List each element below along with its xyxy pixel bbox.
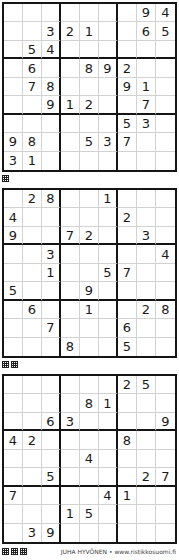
cell-r3c8	[137, 41, 156, 59]
cell-r8c8	[137, 505, 156, 523]
cell-r1c5	[80, 190, 99, 208]
cell-r9c5	[80, 152, 99, 170]
cell-r6c8: 7	[137, 96, 156, 114]
puzzle-2-meta	[2, 358, 177, 374]
cell-r2c9	[156, 208, 175, 226]
cell-r7c9	[156, 487, 175, 505]
cell-r2c5: 8	[80, 394, 99, 412]
cell-r2c1	[4, 22, 23, 40]
cell-r2c6: 1	[99, 394, 118, 412]
cell-r9c7	[118, 152, 137, 170]
cell-r6c7	[118, 96, 137, 114]
cell-r8c6	[99, 505, 118, 523]
cell-r5c6: 5	[99, 264, 118, 282]
cell-r1c1	[4, 4, 23, 22]
cell-r1c8	[137, 190, 156, 208]
cell-r9c3: 9	[42, 524, 61, 542]
cell-r4c1: 4	[4, 431, 23, 449]
cell-r9c3	[42, 338, 61, 356]
difficulty-rating-1	[2, 175, 9, 182]
cell-r1c7: 2	[118, 376, 137, 394]
cell-r4c2	[23, 245, 42, 263]
cell-r6c6	[99, 282, 118, 300]
cell-r6c5	[80, 468, 99, 486]
cell-r4c9	[156, 431, 175, 449]
cell-r5c4	[61, 78, 80, 96]
difficulty-grid-icon	[2, 548, 9, 555]
cell-r7c1: 7	[4, 487, 23, 505]
cell-r7c1	[4, 115, 23, 133]
cell-r5c9	[156, 78, 175, 96]
cell-r9c5	[80, 338, 99, 356]
cell-r8c4	[61, 133, 80, 151]
cell-r6c3	[42, 282, 61, 300]
cell-r7c7: 1	[118, 487, 137, 505]
cell-r6c2	[23, 468, 42, 486]
cell-r4c6	[99, 245, 118, 263]
cell-r4c3	[42, 59, 61, 77]
cell-r2c2	[23, 208, 42, 226]
cell-r1c1	[4, 190, 23, 208]
cell-r1c7	[118, 4, 137, 22]
puzzle-3: 258163942845277411539 JUHA HYVÖNEN • www…	[2, 374, 177, 558]
cell-r9c3	[42, 152, 61, 170]
cell-r1c5	[80, 4, 99, 22]
cell-r9c5	[80, 524, 99, 542]
cell-r5c2: 7	[23, 78, 42, 96]
cell-r3c7	[118, 41, 137, 59]
cell-r8c6	[99, 319, 118, 337]
cell-r4c5	[80, 431, 99, 449]
cell-r7c2	[23, 487, 42, 505]
difficulty-rating-2	[2, 361, 18, 368]
cell-r1c3: 8	[42, 190, 61, 208]
cell-r3c3	[42, 227, 61, 245]
cell-r5c5: 4	[80, 450, 99, 468]
cell-r9c8	[137, 152, 156, 170]
cell-r4c5: 8	[80, 59, 99, 77]
cell-r4c8	[137, 431, 156, 449]
cell-r2c3	[42, 208, 61, 226]
cell-r1c6	[99, 4, 118, 22]
cell-r2c7	[118, 22, 137, 40]
cell-r8c6: 3	[99, 133, 118, 151]
sudoku-sheet: 943216554689278919127539853731 281429723…	[0, 0, 179, 560]
cell-r6c1	[4, 468, 23, 486]
cell-r4c7	[118, 245, 137, 263]
cell-r3c5	[80, 413, 99, 431]
cell-r9c1	[4, 524, 23, 542]
cell-r2c1: 4	[4, 208, 23, 226]
cell-r3c9	[156, 41, 175, 59]
cell-r8c5: 5	[80, 133, 99, 151]
cell-r1c6: 1	[99, 190, 118, 208]
cell-r7c5	[80, 487, 99, 505]
cell-r7c3	[42, 487, 61, 505]
cell-r5c4	[61, 450, 80, 468]
cell-r3c2	[23, 227, 42, 245]
cell-r5c7	[118, 450, 137, 468]
cell-r7c1	[4, 301, 23, 319]
cell-r5c4	[61, 264, 80, 282]
cell-r7c4	[61, 115, 80, 133]
cell-r4c6	[99, 431, 118, 449]
cell-r2c5: 1	[80, 22, 99, 40]
cell-r5c3: 1	[42, 264, 61, 282]
cell-r7c5	[80, 115, 99, 133]
cell-r6c4	[61, 282, 80, 300]
cell-r1c4	[61, 4, 80, 22]
cell-r8c2	[23, 505, 42, 523]
cell-r9c2: 3	[23, 524, 42, 542]
cell-r8c3	[42, 505, 61, 523]
cell-r6c2	[23, 96, 42, 114]
cell-r4c4	[61, 59, 80, 77]
cell-r1c4	[61, 376, 80, 394]
cell-r6c6	[99, 468, 118, 486]
author-credit: JUHA HYVÖNEN • www.ristikkosuomi.fi	[61, 548, 177, 555]
cell-r6c5: 2	[80, 96, 99, 114]
cell-r9c2	[23, 338, 42, 356]
cell-r9c2: 1	[23, 152, 42, 170]
cell-r3c6	[99, 413, 118, 431]
cell-r6c4: 1	[61, 96, 80, 114]
cell-r8c1: 9	[4, 133, 23, 151]
cell-r1c9: 4	[156, 4, 175, 22]
cell-r7c8: 3	[137, 115, 156, 133]
cell-r5c6	[99, 78, 118, 96]
cell-r8c4: 1	[61, 505, 80, 523]
cell-r4c6: 9	[99, 59, 118, 77]
difficulty-grid-icon	[2, 175, 9, 182]
cell-r1c2: 2	[23, 190, 42, 208]
cell-r4c8	[137, 59, 156, 77]
cell-r4c8	[137, 245, 156, 263]
cell-r3c8	[137, 413, 156, 431]
cell-r9c1	[4, 338, 23, 356]
cell-r4c4	[61, 245, 80, 263]
cell-r9c9	[156, 152, 175, 170]
cell-r9c6	[99, 338, 118, 356]
cell-r6c2	[23, 282, 42, 300]
cell-r3c3: 6	[42, 413, 61, 431]
cell-r7c8	[137, 487, 156, 505]
sudoku-grid-2: 281429723341575961287685	[2, 188, 177, 358]
cell-r6c9: 7	[156, 468, 175, 486]
cell-r4c7: 2	[118, 59, 137, 77]
cell-r6c3: 9	[42, 96, 61, 114]
cell-r2c5	[80, 208, 99, 226]
cell-r8c1	[4, 319, 23, 337]
cell-r3c4: 3	[61, 413, 80, 431]
puzzle-1: 943216554689278919127539853731	[2, 2, 177, 188]
cell-r5c1	[4, 78, 23, 96]
difficulty-grid-icon	[11, 548, 18, 555]
cell-r2c3: 3	[42, 22, 61, 40]
cell-r8c7: 6	[118, 319, 137, 337]
cell-r5c7: 9	[118, 78, 137, 96]
cell-r5c6	[99, 450, 118, 468]
cell-r9c8	[137, 524, 156, 542]
cell-r2c1	[4, 394, 23, 412]
cell-r3c1	[4, 413, 23, 431]
cell-r4c3: 3	[42, 245, 61, 263]
cell-r4c9	[156, 59, 175, 77]
cell-r4c3	[42, 431, 61, 449]
cell-r3c2	[23, 413, 42, 431]
cell-r2c4	[61, 394, 80, 412]
cell-r4c2: 6	[23, 59, 42, 77]
cell-r3c8: 3	[137, 227, 156, 245]
cell-r7c5: 1	[80, 301, 99, 319]
cell-r5c2	[23, 450, 42, 468]
cell-r3c4	[61, 41, 80, 59]
cell-r5c5	[80, 78, 99, 96]
cell-r1c8: 5	[137, 376, 156, 394]
cell-r6c7	[118, 282, 137, 300]
cell-r1c7	[118, 190, 137, 208]
cell-r9c1: 3	[4, 152, 23, 170]
cell-r6c9	[156, 282, 175, 300]
difficulty-grid-icon	[2, 361, 9, 368]
cell-r9c9	[156, 338, 175, 356]
cell-r1c6	[99, 376, 118, 394]
cell-r7c3	[42, 301, 61, 319]
cell-r5c7: 7	[118, 264, 137, 282]
cell-r6c8: 2	[137, 468, 156, 486]
cell-r9c9	[156, 524, 175, 542]
cell-r7c7: 5	[118, 115, 137, 133]
cell-r5c2	[23, 264, 42, 282]
cell-r4c4	[61, 431, 80, 449]
cell-r9c6	[99, 524, 118, 542]
cell-r1c3	[42, 376, 61, 394]
cell-r8c8	[137, 319, 156, 337]
cell-r1c1	[4, 376, 23, 394]
cell-r1c2	[23, 4, 42, 22]
cell-r6c6	[99, 96, 118, 114]
cell-r6c7	[118, 468, 137, 486]
cell-r2c2	[23, 394, 42, 412]
cell-r2c4	[61, 208, 80, 226]
cell-r7c7	[118, 301, 137, 319]
cell-r2c8: 6	[137, 22, 156, 40]
cell-r2c7	[118, 394, 137, 412]
cell-r3c5	[80, 41, 99, 59]
cell-r9c7: 5	[118, 338, 137, 356]
cell-r3c1: 9	[4, 227, 23, 245]
cell-r1c9	[156, 376, 175, 394]
cell-r9c4	[61, 152, 80, 170]
cell-r9c8	[137, 338, 156, 356]
cell-r8c1	[4, 505, 23, 523]
cell-r2c9	[156, 394, 175, 412]
cell-r7c9: 8	[156, 301, 175, 319]
cell-r6c1	[4, 96, 23, 114]
cell-r2c8	[137, 394, 156, 412]
cell-r5c9	[156, 264, 175, 282]
cell-r3c1	[4, 41, 23, 59]
cell-r5c9	[156, 450, 175, 468]
cell-r1c3	[42, 4, 61, 22]
cell-r7c6	[99, 301, 118, 319]
cell-r7c2: 6	[23, 301, 42, 319]
puzzle-1-meta	[2, 172, 177, 188]
cell-r3c2: 5	[23, 41, 42, 59]
difficulty-rating-3	[2, 548, 27, 555]
cell-r5c8	[137, 264, 156, 282]
cell-r8c2	[23, 319, 42, 337]
cell-r8c2: 8	[23, 133, 42, 151]
cell-r6c3: 5	[42, 468, 61, 486]
cell-r4c2: 2	[23, 431, 42, 449]
cell-r3c6	[99, 41, 118, 59]
cell-r8c7: 7	[118, 133, 137, 151]
cell-r2c8	[137, 208, 156, 226]
cell-r8c4	[61, 319, 80, 337]
cell-r8c9	[156, 505, 175, 523]
cell-r5c3: 8	[42, 78, 61, 96]
cell-r6c1: 5	[4, 282, 23, 300]
cell-r5c1	[4, 450, 23, 468]
cell-r6c4	[61, 468, 80, 486]
cell-r7c2	[23, 115, 42, 133]
cell-r5c1	[4, 264, 23, 282]
cell-r1c4	[61, 190, 80, 208]
cell-r4c1	[4, 245, 23, 263]
cell-r2c2	[23, 22, 42, 40]
cell-r1c5	[80, 376, 99, 394]
cell-r3c3: 4	[42, 41, 61, 59]
cell-r7c4	[61, 487, 80, 505]
cell-r8c9	[156, 319, 175, 337]
cell-r8c5: 5	[80, 505, 99, 523]
difficulty-grid-icon	[11, 361, 18, 368]
cell-r4c1	[4, 59, 23, 77]
cell-r2c6	[99, 208, 118, 226]
sudoku-grid-3: 258163942845277411539	[2, 374, 177, 544]
cell-r3c5: 2	[80, 227, 99, 245]
cell-r4c9: 4	[156, 245, 175, 263]
cell-r7c6	[99, 115, 118, 133]
cell-r3c7	[118, 413, 137, 431]
cell-r9c4: 8	[61, 338, 80, 356]
cell-r5c8: 1	[137, 78, 156, 96]
cell-r5c3	[42, 450, 61, 468]
cell-r2c7: 2	[118, 208, 137, 226]
cell-r7c9	[156, 115, 175, 133]
cell-r5c8	[137, 450, 156, 468]
cell-r6c5: 9	[80, 282, 99, 300]
cell-r7c3	[42, 115, 61, 133]
cell-r1c8: 9	[137, 4, 156, 22]
sudoku-grid-1: 943216554689278919127539853731	[2, 2, 177, 172]
cell-r4c5	[80, 245, 99, 263]
cell-r8c3: 7	[42, 319, 61, 337]
cell-r2c4: 2	[61, 22, 80, 40]
cell-r7c8: 2	[137, 301, 156, 319]
cell-r9c4	[61, 524, 80, 542]
cell-r3c7	[118, 227, 137, 245]
cell-r9c6	[99, 152, 118, 170]
cell-r6c9	[156, 96, 175, 114]
cell-r8c3	[42, 133, 61, 151]
cell-r8c7	[118, 505, 137, 523]
puzzle-2: 281429723341575961287685	[2, 188, 177, 374]
cell-r5c5	[80, 264, 99, 282]
cell-r7c4	[61, 301, 80, 319]
cell-r3c9	[156, 227, 175, 245]
cell-r1c9	[156, 190, 175, 208]
cell-r2c9: 5	[156, 22, 175, 40]
cell-r9c7	[118, 524, 137, 542]
cell-r1c2	[23, 376, 42, 394]
cell-r3c9: 9	[156, 413, 175, 431]
cell-r3c4: 7	[61, 227, 80, 245]
cell-r2c3	[42, 394, 61, 412]
cell-r7c6: 4	[99, 487, 118, 505]
cell-r8c8	[137, 133, 156, 151]
cell-r3c6	[99, 227, 118, 245]
difficulty-grid-icon	[20, 548, 27, 555]
cell-r8c5	[80, 319, 99, 337]
puzzle-3-meta: JUHA HYVÖNEN • www.ristikkosuomi.fi	[2, 544, 177, 558]
cell-r2c6	[99, 22, 118, 40]
cell-r4c7: 8	[118, 431, 137, 449]
cell-r6c8	[137, 282, 156, 300]
cell-r8c9	[156, 133, 175, 151]
